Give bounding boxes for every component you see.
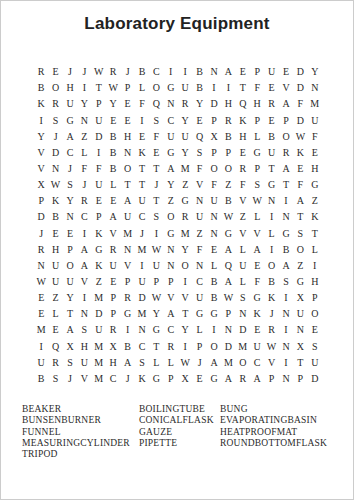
- grid-cell: S: [63, 177, 77, 193]
- word-list-item: ROUNDBOTTOMFLASK: [220, 438, 327, 449]
- grid-cell: Y: [63, 290, 77, 306]
- grid-cell: E: [192, 112, 206, 128]
- grid-cell: Z: [178, 177, 192, 193]
- grid-cell: K: [236, 112, 250, 128]
- grid-cell: D: [48, 145, 62, 161]
- grid-cell: F: [192, 161, 206, 177]
- grid-cell: U: [92, 322, 106, 338]
- grid-cell: N: [164, 96, 178, 112]
- grid-cell: M: [135, 306, 149, 322]
- grid-cell: Y: [192, 96, 206, 112]
- grid-cell: E: [34, 306, 48, 322]
- grid-cell: G: [164, 225, 178, 241]
- grid-cell: I: [279, 193, 293, 209]
- grid-cell: O: [264, 258, 278, 274]
- word-list-item: CONICALFLASK: [139, 415, 214, 426]
- grid-cell: G: [192, 306, 206, 322]
- grid-cell: O: [293, 242, 307, 258]
- grid-cell: F: [250, 80, 264, 96]
- grid-cell: X: [293, 290, 307, 306]
- grid-cell: W: [106, 80, 120, 96]
- grid-cell: Z: [192, 225, 206, 241]
- grid-cell: W: [48, 177, 62, 193]
- grid-cell: V: [236, 225, 250, 241]
- grid-cell: A: [120, 355, 134, 371]
- grid-cell: C: [192, 274, 206, 290]
- grid-cell: U: [48, 258, 62, 274]
- grid-cell: V: [106, 225, 120, 241]
- word-list-column-3: BUNGEVAPORATINGBASINHEATPROOFMATROUNDBOT…: [220, 404, 327, 449]
- grid-cell: U: [293, 306, 307, 322]
- grid-cell: I: [279, 290, 293, 306]
- grid-cell: P: [293, 371, 307, 387]
- grid-cell: N: [34, 258, 48, 274]
- grid-cell: U: [92, 112, 106, 128]
- grid-cell: L: [77, 145, 91, 161]
- grid-cell: D: [236, 322, 250, 338]
- grid-cell: B: [264, 129, 278, 145]
- grid-cell: T: [236, 80, 250, 96]
- grid-cell: O: [164, 209, 178, 225]
- grid-cell: K: [92, 225, 106, 241]
- grid-cell: Y: [178, 145, 192, 161]
- grid-cell: N: [207, 225, 221, 241]
- grid-cell: C: [164, 112, 178, 128]
- grid-cell: O: [207, 161, 221, 177]
- grid-cell: Z: [48, 290, 62, 306]
- grid-cell: C: [106, 371, 120, 387]
- grid-cell: G: [149, 371, 163, 387]
- grid-cell: U: [264, 64, 278, 80]
- grid-cell: E: [207, 242, 221, 258]
- grid-cell: S: [293, 225, 307, 241]
- grid-cell: I: [34, 112, 48, 128]
- grid-cell: I: [264, 242, 278, 258]
- grid-cell: A: [279, 161, 293, 177]
- grid-cell: N: [120, 242, 134, 258]
- word-list-item: BUNG: [220, 404, 327, 415]
- grid-cell: M: [236, 339, 250, 355]
- grid-cell: G: [250, 290, 264, 306]
- grid-cell: N: [48, 161, 62, 177]
- grid-cell: U: [92, 177, 106, 193]
- grid-cell: L: [48, 306, 62, 322]
- grid-cell: J: [63, 161, 77, 177]
- grid-cell: V: [34, 161, 48, 177]
- grid-cell: K: [34, 96, 48, 112]
- grid-cell: I: [279, 355, 293, 371]
- grid-cell: Y: [149, 306, 163, 322]
- grid-cell: P: [63, 242, 77, 258]
- grid-cell: N: [236, 306, 250, 322]
- grid-cell: L: [149, 355, 163, 371]
- grid-cell: E: [106, 193, 120, 209]
- grid-cell: I: [279, 322, 293, 338]
- grid-cell: P: [106, 306, 120, 322]
- word-list-item: PIPETTE: [139, 438, 214, 449]
- grid-cell: P: [264, 371, 278, 387]
- grid-cell: T: [293, 355, 307, 371]
- grid-cell: P: [308, 290, 322, 306]
- grid-cell: K: [135, 145, 149, 161]
- grid-cell: U: [207, 193, 221, 209]
- grid-cell: G: [149, 322, 163, 338]
- grid-cell: L: [308, 242, 322, 258]
- grid-cell: A: [77, 258, 91, 274]
- grid-cell: N: [207, 64, 221, 80]
- grid-cell: R: [48, 96, 62, 112]
- grid-cell: F: [149, 129, 163, 145]
- grid-cell: I: [221, 80, 235, 96]
- grid-cell: R: [236, 161, 250, 177]
- grid-cell: P: [120, 80, 134, 96]
- grid-cell: B: [279, 242, 293, 258]
- grid-cell: E: [120, 112, 134, 128]
- grid-cell: V: [236, 193, 250, 209]
- grid-cell: O: [221, 161, 235, 177]
- grid-cell: Y: [34, 129, 48, 145]
- grid-cell: G: [207, 371, 221, 387]
- grid-cell: G: [164, 145, 178, 161]
- grid-cell: U: [63, 274, 77, 290]
- grid-cell: G: [178, 193, 192, 209]
- grid-cell: T: [264, 161, 278, 177]
- grid-cell: C: [135, 339, 149, 355]
- grid-cell: I: [178, 274, 192, 290]
- grid-cell: Z: [293, 258, 307, 274]
- grid-cell: Z: [77, 129, 91, 145]
- grid-cell: Q: [149, 96, 163, 112]
- grid-cell: N: [221, 322, 235, 338]
- word-list-item: EVAPORATINGBASIN: [220, 415, 327, 426]
- grid-cell: C: [135, 209, 149, 225]
- grid-cell: P: [279, 112, 293, 128]
- grid-cell: F: [77, 161, 91, 177]
- grid-cell: A: [293, 193, 307, 209]
- grid-cell: U: [34, 355, 48, 371]
- grid-cell: D: [34, 209, 48, 225]
- grid-cell: B: [192, 64, 206, 80]
- grid-cell: E: [48, 322, 62, 338]
- grid-cell: P: [120, 274, 134, 290]
- grid-cell: U: [178, 129, 192, 145]
- grid-cell: R: [221, 112, 235, 128]
- grid-cell: O: [149, 80, 163, 96]
- grid-cell: U: [164, 129, 178, 145]
- grid-cell: K: [264, 290, 278, 306]
- grid-cell: S: [149, 209, 163, 225]
- grid-cell: B: [221, 193, 235, 209]
- grid-cell: Y: [63, 193, 77, 209]
- grid-cell: R: [264, 322, 278, 338]
- grid-cell: K: [135, 371, 149, 387]
- grid-cell: D: [293, 80, 307, 96]
- grid-cell: K: [293, 145, 307, 161]
- grid-cell: W: [250, 193, 264, 209]
- grid-cell: R: [106, 242, 120, 258]
- grid-cell: Z: [236, 209, 250, 225]
- grid-cell: M: [308, 96, 322, 112]
- grid-cell: Y: [178, 112, 192, 128]
- grid-cell: R: [34, 242, 48, 258]
- grid-cell: R: [48, 355, 62, 371]
- grid-cell: U: [250, 339, 264, 355]
- grid-cell: Y: [178, 242, 192, 258]
- grid-cell: S: [135, 355, 149, 371]
- grid-cell: D: [293, 112, 307, 128]
- grid-cell: Q: [236, 96, 250, 112]
- grid-cell: O: [236, 355, 250, 371]
- grid-cell: R: [34, 64, 48, 80]
- grid-cell: N: [63, 209, 77, 225]
- grid-cell: W: [264, 339, 278, 355]
- grid-cell: D: [308, 371, 322, 387]
- grid-cell: S: [149, 112, 163, 128]
- grid-cell: V: [120, 258, 134, 274]
- grid-cell: M: [120, 225, 134, 241]
- grid-cell: D: [135, 290, 149, 306]
- grid-cell: L: [236, 242, 250, 258]
- grid-cell: M: [34, 322, 48, 338]
- grid-cell: O: [207, 339, 221, 355]
- grid-cell: O: [63, 258, 77, 274]
- grid-cell: U: [135, 193, 149, 209]
- grid-cell: D: [92, 306, 106, 322]
- grid-cell: O: [308, 306, 322, 322]
- grid-cell: N: [120, 145, 134, 161]
- grid-cell: Q: [192, 129, 206, 145]
- grid-cell: E: [236, 145, 250, 161]
- grid-cell: M: [92, 371, 106, 387]
- grid-cell: W: [293, 129, 307, 145]
- grid-cell: I: [178, 64, 192, 80]
- grid-cell: U: [178, 80, 192, 96]
- grid-cell: T: [135, 177, 149, 193]
- grid-cell: A: [250, 371, 264, 387]
- grid-cell: H: [250, 96, 264, 112]
- grid-cell: B: [106, 161, 120, 177]
- grid-cell: T: [178, 306, 192, 322]
- grid-cell: J: [264, 306, 278, 322]
- grid-cell: P: [106, 290, 120, 306]
- grid-cell: V: [34, 145, 48, 161]
- grid-cell: H: [308, 161, 322, 177]
- grid-cell: O: [279, 129, 293, 145]
- grid-cell: I: [308, 258, 322, 274]
- grid-cell: R: [178, 209, 192, 225]
- grid-cell: W: [149, 242, 163, 258]
- word-list-column-2: BOILINGTUBECONICALFLASKGAUZEPIPETTE: [139, 404, 214, 449]
- grid-cell: S: [48, 371, 62, 387]
- grid-cell: E: [264, 112, 278, 128]
- grid-cell: L: [164, 355, 178, 371]
- grid-cell: J: [192, 355, 206, 371]
- grid-cell: G: [250, 145, 264, 161]
- grid-cell: Z: [308, 193, 322, 209]
- grid-cell: U: [308, 112, 322, 128]
- grid-cell: T: [135, 161, 149, 177]
- grid-cell: Z: [164, 193, 178, 209]
- grid-cell: N: [293, 322, 307, 338]
- grid-cell: B: [207, 290, 221, 306]
- grid-cell: N: [264, 193, 278, 209]
- grid-cell: H: [106, 355, 120, 371]
- grid-cell: K: [250, 306, 264, 322]
- grid-cell: W: [221, 290, 235, 306]
- grid-cell: V: [164, 290, 178, 306]
- grid-cell: E: [106, 274, 120, 290]
- grid-cell: C: [77, 209, 91, 225]
- grid-cell: T: [308, 225, 322, 241]
- grid-cell: M: [178, 161, 192, 177]
- grid-cell: I: [135, 258, 149, 274]
- grid-cell: V: [264, 355, 278, 371]
- grid-cell: T: [293, 209, 307, 225]
- grid-cell: Q: [221, 258, 235, 274]
- grid-cell: I: [207, 80, 221, 96]
- grid-cell: U: [192, 209, 206, 225]
- grid-cell: U: [106, 258, 120, 274]
- grid-cell: E: [48, 64, 62, 80]
- grid-cell: T: [120, 177, 134, 193]
- grid-cell: F: [236, 177, 250, 193]
- grid-cell: I: [120, 322, 134, 338]
- grid-cell: P: [250, 161, 264, 177]
- grid-cell: B: [264, 274, 278, 290]
- grid-cell: U: [308, 355, 322, 371]
- grid-cell: W: [92, 64, 106, 80]
- grid-cell: H: [236, 129, 250, 145]
- grid-cell: Z: [92, 274, 106, 290]
- grid-cell: X: [106, 339, 120, 355]
- grid-cell: D: [207, 96, 221, 112]
- grid-cell: L: [106, 177, 120, 193]
- grid-cell: E: [264, 80, 278, 96]
- grid-cell: G: [264, 177, 278, 193]
- grid-cell: E: [34, 290, 48, 306]
- grid-cell: F: [308, 129, 322, 145]
- grid-cell: P: [92, 209, 106, 225]
- grid-cell: S: [77, 322, 91, 338]
- grid-cell: S: [236, 290, 250, 306]
- grid-cell: U: [135, 274, 149, 290]
- grid-cell: J: [63, 371, 77, 387]
- word-search-grid: REJJWRJBCIIBNAEPUEDYBOHITWPLOGUBIITFEVDN…: [34, 64, 322, 387]
- grid-cell: A: [63, 322, 77, 338]
- grid-cell: C: [63, 145, 77, 161]
- grid-cell: P: [207, 112, 221, 128]
- grid-cell: O: [120, 161, 134, 177]
- grid-cell: R: [264, 96, 278, 112]
- grid-cell: R: [106, 64, 120, 80]
- grid-cell: V: [178, 290, 192, 306]
- grid-cell: R: [236, 371, 250, 387]
- word-list-item: MEASURINGCYLINDER: [22, 438, 130, 449]
- grid-cell: I: [207, 322, 221, 338]
- grid-cell: U: [63, 96, 77, 112]
- grid-cell: L: [250, 129, 264, 145]
- grid-cell: A: [279, 96, 293, 112]
- grid-cell: I: [77, 80, 91, 96]
- grid-cell: M: [92, 339, 106, 355]
- grid-cell: V: [250, 225, 264, 241]
- grid-cell: A: [221, 371, 235, 387]
- grid-cell: N: [164, 258, 178, 274]
- grid-cell: A: [221, 64, 235, 80]
- grid-cell: L: [192, 322, 206, 338]
- grid-cell: S: [250, 177, 264, 193]
- grid-cell: A: [279, 258, 293, 274]
- grid-cell: P: [164, 371, 178, 387]
- grid-cell: N: [279, 209, 293, 225]
- grid-cell: V: [279, 80, 293, 96]
- grid-cell: K: [48, 193, 62, 209]
- grid-cell: N: [77, 306, 91, 322]
- grid-cell: E: [192, 371, 206, 387]
- grid-cell: E: [236, 64, 250, 80]
- grid-cell: G: [207, 306, 221, 322]
- word-list-item: HEATPROOFMAT: [220, 427, 327, 438]
- grid-cell: M: [92, 355, 106, 371]
- grid-cell: F: [192, 242, 206, 258]
- grid-cell: T: [279, 177, 293, 193]
- grid-cell: L: [135, 80, 149, 96]
- grid-cell: X: [63, 339, 77, 355]
- grid-cell: Y: [308, 64, 322, 80]
- grid-cell: E: [120, 96, 134, 112]
- grid-cell: J: [135, 225, 149, 241]
- grid-cell: X: [207, 129, 221, 145]
- grid-cell: E: [92, 193, 106, 209]
- grid-cell: P: [34, 193, 48, 209]
- word-list-item: BOILINGTUBE: [139, 404, 214, 415]
- grid-cell: Y: [106, 96, 120, 112]
- grid-cell: A: [207, 355, 221, 371]
- grid-cell: G: [92, 242, 106, 258]
- grid-cell: I: [264, 209, 278, 225]
- grid-cell: L: [250, 209, 264, 225]
- grid-cell: J: [120, 371, 134, 387]
- grid-cell: K: [92, 258, 106, 274]
- grid-cell: A: [164, 161, 178, 177]
- grid-cell: D: [221, 339, 235, 355]
- grid-cell: E: [308, 145, 322, 161]
- grid-cell: L: [236, 274, 250, 290]
- grid-cell: J: [48, 129, 62, 145]
- grid-cell: I: [149, 225, 163, 241]
- grid-cell: G: [308, 177, 322, 193]
- grid-cell: I: [164, 64, 178, 80]
- grid-cell: N: [279, 339, 293, 355]
- grid-cell: X: [293, 339, 307, 355]
- grid-cell: P: [250, 64, 264, 80]
- grid-cell: F: [250, 274, 264, 290]
- grid-cell: Z: [221, 177, 235, 193]
- grid-cell: B: [106, 129, 120, 145]
- word-list-column-1: BEAKERBUNSENBURNERFUNNELMEASURINGCYLINDE…: [22, 404, 130, 460]
- grid-cell: H: [308, 274, 322, 290]
- grid-cell: E: [250, 322, 264, 338]
- grid-cell: B: [106, 145, 120, 161]
- grid-cell: I: [178, 339, 192, 355]
- grid-cell: U: [77, 355, 91, 371]
- grid-cell: I: [34, 339, 48, 355]
- grid-cell: E: [308, 322, 322, 338]
- grid-cell: P: [207, 145, 221, 161]
- grid-cell: Y: [164, 177, 178, 193]
- grid-cell: E: [63, 225, 77, 241]
- grid-cell: A: [77, 242, 91, 258]
